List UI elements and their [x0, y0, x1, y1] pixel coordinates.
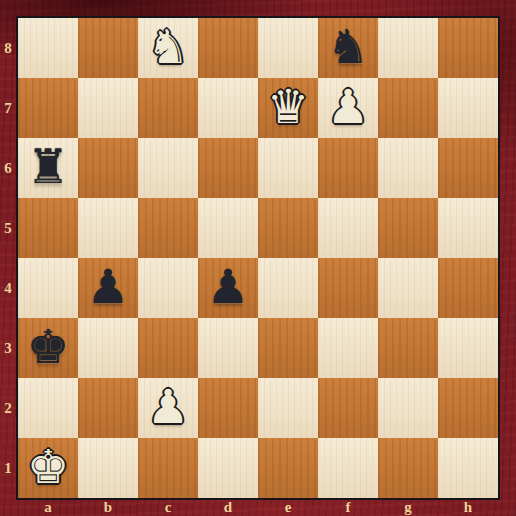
rank-label-4: 4	[0, 258, 16, 318]
square-h3[interactable]	[438, 318, 498, 378]
square-g4[interactable]	[378, 258, 438, 318]
square-a5[interactable]	[18, 198, 78, 258]
square-c3[interactable]	[138, 318, 198, 378]
file-label-g: g	[378, 499, 438, 516]
file-label-f: f	[318, 499, 378, 516]
piece-white-king-a1[interactable]: ♚	[27, 438, 69, 496]
square-h1[interactable]	[438, 438, 498, 498]
square-h7[interactable]	[438, 78, 498, 138]
square-e2[interactable]	[258, 378, 318, 438]
piece-black-pawn-b4[interactable]: ♟	[87, 258, 129, 316]
square-d1[interactable]	[198, 438, 258, 498]
square-c1[interactable]	[138, 438, 198, 498]
square-b2[interactable]	[78, 378, 138, 438]
square-e6[interactable]	[258, 138, 318, 198]
square-c8[interactable]: ♞	[138, 18, 198, 78]
square-b8[interactable]	[78, 18, 138, 78]
square-c7[interactable]	[138, 78, 198, 138]
square-g6[interactable]	[378, 138, 438, 198]
square-d6[interactable]	[198, 138, 258, 198]
square-c5[interactable]	[138, 198, 198, 258]
piece-white-pawn-c2[interactable]: ♟	[147, 378, 189, 436]
rank-label-1: 1	[0, 438, 16, 498]
file-label-a: a	[18, 499, 78, 516]
square-b3[interactable]	[78, 318, 138, 378]
square-d3[interactable]	[198, 318, 258, 378]
square-b7[interactable]	[78, 78, 138, 138]
square-f7[interactable]: ♟	[318, 78, 378, 138]
square-f4[interactable]	[318, 258, 378, 318]
square-b1[interactable]	[78, 438, 138, 498]
piece-white-knight-c8[interactable]: ♞	[147, 18, 189, 76]
square-b5[interactable]	[78, 198, 138, 258]
square-a2[interactable]	[18, 378, 78, 438]
square-b6[interactable]	[78, 138, 138, 198]
square-e7[interactable]: ♛	[258, 78, 318, 138]
square-f6[interactable]	[318, 138, 378, 198]
rank-label-6: 6	[0, 138, 16, 198]
rank-label-2: 2	[0, 378, 16, 438]
square-h2[interactable]	[438, 378, 498, 438]
square-h8[interactable]	[438, 18, 498, 78]
rank-label-8: 8	[0, 18, 16, 78]
piece-black-rook-a6[interactable]: ♜	[27, 138, 69, 196]
piece-black-knight-f8[interactable]: ♞	[327, 18, 369, 76]
square-g7[interactable]	[378, 78, 438, 138]
file-label-d: d	[198, 499, 258, 516]
piece-white-pawn-f7[interactable]: ♟	[327, 78, 369, 136]
square-a3[interactable]: ♚	[18, 318, 78, 378]
square-a6[interactable]: ♜	[18, 138, 78, 198]
square-a1[interactable]: ♚	[18, 438, 78, 498]
square-d4[interactable]: ♟	[198, 258, 258, 318]
square-c2[interactable]: ♟	[138, 378, 198, 438]
square-e3[interactable]	[258, 318, 318, 378]
square-a4[interactable]	[18, 258, 78, 318]
piece-white-queen-e7[interactable]: ♛	[267, 78, 309, 136]
rank-label-7: 7	[0, 78, 16, 138]
square-d7[interactable]	[198, 78, 258, 138]
piece-black-king-a3[interactable]: ♚	[27, 318, 69, 376]
square-c4[interactable]	[138, 258, 198, 318]
square-f5[interactable]	[318, 198, 378, 258]
file-label-h: h	[438, 499, 498, 516]
square-g5[interactable]	[378, 198, 438, 258]
square-b4[interactable]: ♟	[78, 258, 138, 318]
square-g2[interactable]	[378, 378, 438, 438]
square-g3[interactable]	[378, 318, 438, 378]
file-label-e: e	[258, 499, 318, 516]
board: ♞♞♛♟♜♟♟♚♟♚	[16, 16, 500, 500]
rank-label-5: 5	[0, 198, 16, 258]
file-labels: abcdefgh	[18, 499, 498, 516]
square-h5[interactable]	[438, 198, 498, 258]
rank-labels: 87654321	[0, 18, 16, 498]
square-f3[interactable]	[318, 318, 378, 378]
square-f2[interactable]	[318, 378, 378, 438]
square-e4[interactable]	[258, 258, 318, 318]
file-label-c: c	[138, 499, 198, 516]
square-h4[interactable]	[438, 258, 498, 318]
square-f1[interactable]	[318, 438, 378, 498]
square-d8[interactable]	[198, 18, 258, 78]
square-a8[interactable]	[18, 18, 78, 78]
square-f8[interactable]: ♞	[318, 18, 378, 78]
piece-black-pawn-d4[interactable]: ♟	[207, 258, 249, 316]
square-d2[interactable]	[198, 378, 258, 438]
square-h6[interactable]	[438, 138, 498, 198]
file-label-b: b	[78, 499, 138, 516]
square-d5[interactable]	[198, 198, 258, 258]
square-e1[interactable]	[258, 438, 318, 498]
square-a7[interactable]	[18, 78, 78, 138]
square-g1[interactable]	[378, 438, 438, 498]
square-c6[interactable]	[138, 138, 198, 198]
chess-diagram: 87654321 abcdefgh ♞♞♛♟♜♟♟♚♟♚	[0, 0, 516, 516]
rank-label-3: 3	[0, 318, 16, 378]
square-e8[interactable]	[258, 18, 318, 78]
square-g8[interactable]	[378, 18, 438, 78]
square-e5[interactable]	[258, 198, 318, 258]
